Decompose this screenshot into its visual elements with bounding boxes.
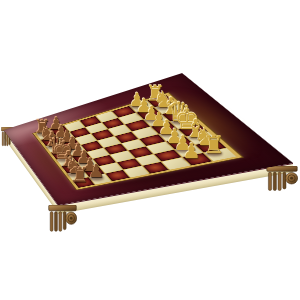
piece-brass-rook[interactable]: ♜ <box>203 133 225 157</box>
piece-copper-rook[interactable]: ♜ <box>71 164 89 184</box>
piece-brass-pawn[interactable]: ♟ <box>182 141 200 162</box>
piece-copper-pawn[interactable]: ♟ <box>88 163 104 181</box>
product-photo: ♜♟♟♜♞♟♟♞♝♟♟♝♛♟♟♛♚♟♟♚♝♟♟♝♞♟♟♞♜♟♟♜ <box>0 0 300 300</box>
piece-layer: ♜♟♟♜♞♟♟♞♝♟♟♝♛♟♟♛♚♟♟♚♝♟♟♝♞♟♟♞♜♟♟♜ <box>0 0 300 300</box>
